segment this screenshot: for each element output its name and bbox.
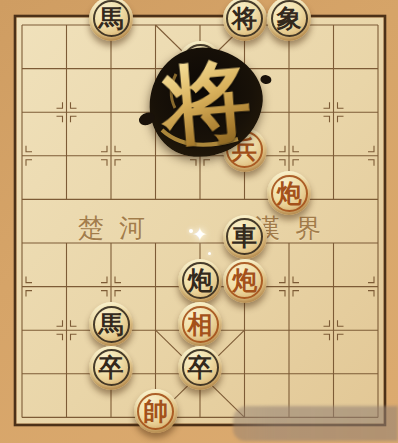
piece-red-soldier[interactable]: 兵	[223, 128, 267, 172]
piece-red-cannon-2[interactable]: 炮	[223, 259, 267, 303]
piece-label: 車	[178, 41, 222, 85]
piece-red-cannon-1[interactable]: 炮	[267, 171, 311, 215]
piece-label: 卒	[89, 346, 133, 390]
piece-black-general[interactable]: 将	[223, 0, 267, 41]
blurred-watermark	[233, 406, 398, 441]
piece-black-soldier-1[interactable]: 卒	[89, 346, 133, 390]
piece-black-elephant[interactable]: 象	[267, 0, 311, 41]
piece-red-elephant[interactable]: 相	[178, 302, 222, 346]
piece-label: 相	[178, 302, 222, 346]
piece-black-horse-1[interactable]: 馬	[89, 0, 133, 41]
piece-black-horse-2[interactable]: 馬	[89, 302, 133, 346]
piece-black-cannon[interactable]: 炮	[178, 259, 222, 303]
piece-black-chariot-2[interactable]: 車	[223, 215, 267, 259]
piece-black-soldier-2[interactable]: 卒	[178, 346, 222, 390]
xiangqi-board[interactable]: 楚河 漢界 馬将象車兵炮車炮炮馬相卒卒帥 ✦ 将	[0, 0, 398, 443]
piece-label: 兵	[223, 128, 267, 172]
piece-label: 車	[223, 215, 267, 259]
piece-label: 馬	[89, 302, 133, 346]
piece-red-general[interactable]: 帥	[134, 389, 178, 433]
piece-label: 象	[267, 0, 311, 41]
piece-label: 炮	[223, 259, 267, 303]
piece-label: 帥	[134, 389, 178, 433]
pieces-layer: 馬将象車兵炮車炮炮馬相卒卒帥	[0, 3, 398, 439]
piece-label: 卒	[178, 346, 222, 390]
piece-label: 炮	[267, 171, 311, 215]
piece-label: 馬	[89, 0, 133, 41]
piece-label: 将	[223, 0, 267, 41]
piece-label: 炮	[178, 259, 222, 303]
piece-black-chariot-1[interactable]: 車	[178, 41, 222, 85]
